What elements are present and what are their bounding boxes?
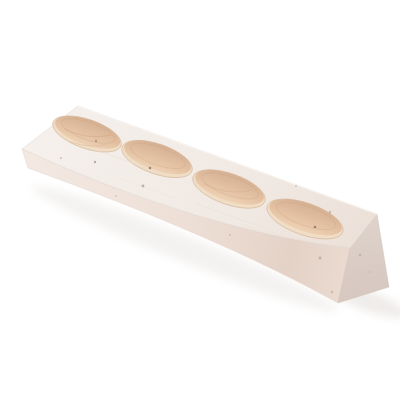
wood-knot-7 [314,226,317,229]
product-photo [0,0,400,400]
wood-knot-1 [94,161,96,163]
wood-knot-4 [295,185,297,187]
wood-knot-13 [359,254,361,256]
wood-knot-3 [60,157,62,159]
product-image [0,0,400,400]
wood-knot-9 [319,257,322,260]
wood-knot-10 [331,291,333,293]
wood-knot-6 [149,167,152,170]
wood-knot-8 [95,140,97,142]
wood-knot-5 [329,211,331,213]
wood-knot-12 [115,195,117,197]
wood-knot-2 [142,185,145,188]
wood-knot-11 [229,234,231,236]
wood-knot-14 [369,271,371,273]
